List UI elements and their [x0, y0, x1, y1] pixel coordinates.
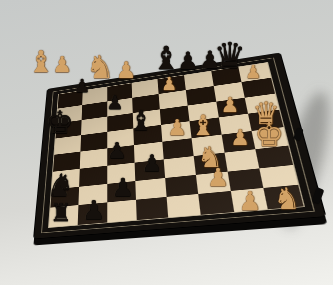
piece-white-p-h8: ♟	[245, 63, 261, 81]
piece-white-p-g6: ♟	[221, 95, 240, 116]
piece-black-p-a8: ♟	[74, 77, 90, 95]
piece-white-p-f2: ♟	[207, 165, 229, 190]
piece-white-p-e5: ♟	[167, 117, 187, 139]
piece-white-b-f5: ♝	[190, 112, 215, 140]
tray-piece-black-p: ♟	[199, 48, 221, 72]
piece-black-k-a6: ♚	[46, 107, 74, 138]
piece-black-r-a1: ♜	[50, 200, 72, 225]
chess-photo-scene: ♟♟♟♟♚♝♟♟♝♛♟♟♚♟♞♞♟♟♜♟♟♞♝♟♞♟♝♟♟♛	[0, 0, 333, 285]
tray-piece-white-p: ♟	[116, 59, 137, 82]
piece-white-p-g4: ♟	[230, 127, 250, 149]
piece-black-p-d3: ♟	[142, 152, 163, 175]
tray-piece-black-b: ♝	[152, 42, 181, 74]
piece-black-p-c4: ♟	[107, 140, 127, 162]
piece-black-p-b1: ♟	[82, 197, 105, 223]
tray-piece-white-n: ♞	[86, 51, 115, 83]
tray-piece-black-q: ♛	[214, 38, 246, 74]
pieces-layer: ♟♟♟♟♚♝♟♟♝♛♟♟♚♟♞♞♟♟♜♟♟♞♝♟♞♟♝♟♟♛	[0, 0, 333, 285]
piece-black-b-d6: ♝	[129, 107, 153, 134]
piece-white-k-h4: ♚	[254, 118, 284, 151]
piece-white-p-g1: ♟	[238, 188, 261, 214]
piece-white-n-h1: ♞	[274, 184, 301, 214]
piece-black-p-c7: ♟	[106, 93, 123, 112]
tray-piece-white-p: ♟	[52, 54, 72, 76]
piece-black-p-c2: ♟	[112, 175, 134, 200]
piece-white-p-e8: ♟	[161, 75, 177, 93]
piece-white-n-f3: ♞	[197, 143, 223, 172]
tray-piece-black-p: ♟	[177, 49, 199, 73]
piece-black-n-a2: ♞	[46, 170, 74, 201]
tray-piece-white-b: ♝	[28, 47, 55, 77]
piece-white-q-h5: ♛	[252, 98, 280, 129]
